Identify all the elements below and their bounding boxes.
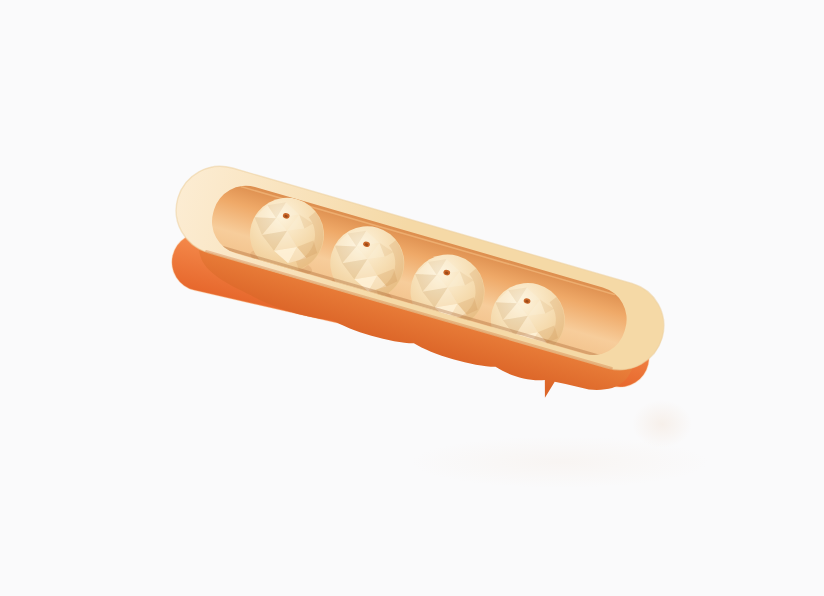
ice-ball-mold-render bbox=[0, 0, 824, 596]
soft-shadow-tip bbox=[632, 400, 692, 448]
product-photo bbox=[0, 0, 824, 596]
